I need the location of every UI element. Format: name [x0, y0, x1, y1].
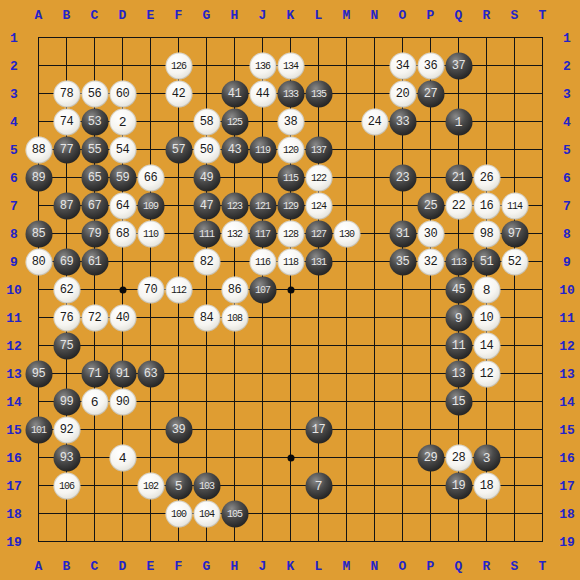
- stone-move-number: 87: [60, 199, 73, 213]
- stone-move-number: 123: [227, 200, 242, 211]
- col-label-bottom-E: E: [147, 560, 155, 573]
- stone-white-H8[interactable]: 132: [221, 220, 248, 247]
- row-label-left-12: 12: [6, 339, 22, 352]
- stone-move-number: 56: [88, 87, 101, 101]
- stone-white-B11[interactable]: 76: [53, 304, 80, 331]
- stone-white-S9[interactable]: 52: [501, 248, 528, 275]
- stone-move-number: 65: [88, 171, 101, 185]
- col-label-bottom-H: H: [231, 560, 239, 573]
- stone-move-number: 129: [283, 200, 298, 211]
- stone-white-D14[interactable]: 90: [109, 388, 136, 415]
- row-label-right-15: 15: [559, 423, 575, 436]
- stone-move-number: 36: [424, 59, 437, 73]
- stone-black-Q17[interactable]: 19: [445, 472, 472, 499]
- grid-line-horizontal-15: [38, 429, 543, 430]
- stone-move-number: 95: [32, 367, 45, 381]
- stone-move-number: 80: [32, 255, 45, 269]
- col-label-top-P: P: [427, 9, 435, 22]
- row-label-right-1: 1: [563, 31, 571, 44]
- stone-move-number: 5: [175, 478, 182, 493]
- stone-black-E13[interactable]: 63: [137, 360, 164, 387]
- stone-move-number: 72: [88, 311, 101, 325]
- row-label-left-8: 8: [10, 227, 18, 240]
- stone-white-D4[interactable]: 2: [109, 108, 136, 135]
- stone-move-number: 69: [60, 255, 73, 269]
- stone-white-H11[interactable]: 108: [221, 304, 248, 331]
- row-label-right-12: 12: [559, 339, 575, 352]
- col-label-bottom-M: M: [343, 560, 351, 573]
- stone-white-R13[interactable]: 12: [473, 360, 500, 387]
- stone-move-number: 18: [480, 479, 493, 493]
- stone-black-K3[interactable]: 133: [277, 80, 304, 107]
- stone-black-Q12[interactable]: 11: [445, 332, 472, 359]
- stone-move-number: 114: [507, 200, 522, 211]
- stone-black-B12[interactable]: 75: [53, 332, 80, 359]
- stone-move-number: 85: [32, 227, 45, 241]
- row-label-left-13: 13: [6, 367, 22, 380]
- row-label-right-13: 13: [559, 367, 575, 380]
- row-label-right-14: 14: [559, 395, 575, 408]
- stone-black-K6[interactable]: 115: [277, 164, 304, 191]
- stone-move-number: 59: [116, 171, 129, 185]
- stone-move-number: 22: [452, 199, 465, 213]
- stone-move-number: 25: [424, 199, 437, 213]
- stone-white-Q7[interactable]: 22: [445, 192, 472, 219]
- col-label-top-J: J: [259, 9, 267, 22]
- stone-move-number: 133: [283, 88, 298, 99]
- stone-black-A15[interactable]: 101: [25, 416, 52, 443]
- col-label-top-L: L: [315, 9, 323, 22]
- stone-white-J3[interactable]: 44: [249, 80, 276, 107]
- stone-white-O2[interactable]: 34: [389, 52, 416, 79]
- row-label-right-17: 17: [559, 479, 575, 492]
- stone-black-L17[interactable]: 7: [305, 472, 332, 499]
- stone-white-R6[interactable]: 26: [473, 164, 500, 191]
- stone-black-Q6[interactable]: 21: [445, 164, 472, 191]
- stone-move-number: 19: [452, 479, 465, 493]
- stone-black-C5[interactable]: 55: [81, 136, 108, 163]
- stone-move-number: 60: [116, 87, 129, 101]
- stone-move-number: 86: [228, 283, 241, 297]
- stone-white-R11[interactable]: 10: [473, 304, 500, 331]
- stone-white-D5[interactable]: 54: [109, 136, 136, 163]
- stone-black-A8[interactable]: 85: [25, 220, 52, 247]
- row-label-right-18: 18: [559, 507, 575, 520]
- stone-black-L9[interactable]: 131: [305, 248, 332, 275]
- stone-white-J9[interactable]: 116: [249, 248, 276, 275]
- stone-white-F10[interactable]: 112: [165, 276, 192, 303]
- stone-black-C7[interactable]: 67: [81, 192, 108, 219]
- col-label-bottom-A: A: [35, 560, 43, 573]
- row-label-left-7: 7: [10, 199, 18, 212]
- col-label-bottom-J: J: [259, 560, 267, 573]
- stone-move-number: 102: [143, 480, 158, 491]
- stone-white-L7[interactable]: 124: [305, 192, 332, 219]
- stone-move-number: 68: [116, 227, 129, 241]
- stone-move-number: 91: [116, 367, 129, 381]
- col-label-bottom-L: L: [315, 560, 323, 573]
- stone-black-H7[interactable]: 123: [221, 192, 248, 219]
- stone-move-number: 4: [119, 450, 126, 465]
- col-label-top-N: N: [371, 9, 379, 22]
- stone-white-K4[interactable]: 38: [277, 108, 304, 135]
- stone-move-number: 108: [227, 312, 242, 323]
- stone-black-J8[interactable]: 117: [249, 220, 276, 247]
- stone-white-P9[interactable]: 32: [417, 248, 444, 275]
- col-label-bottom-Q: Q: [455, 560, 463, 573]
- stone-move-number: 124: [311, 200, 326, 211]
- stone-black-A6[interactable]: 89: [25, 164, 52, 191]
- stone-white-C14[interactable]: 6: [81, 388, 108, 415]
- stone-black-L8[interactable]: 127: [305, 220, 332, 247]
- stone-white-D16[interactable]: 4: [109, 444, 136, 471]
- stone-move-number: 90: [116, 395, 129, 409]
- stone-black-G6[interactable]: 49: [193, 164, 220, 191]
- stone-white-B17[interactable]: 106: [53, 472, 80, 499]
- stone-white-R10[interactable]: 8: [473, 276, 500, 303]
- stone-black-F5[interactable]: 57: [165, 136, 192, 163]
- stone-black-P7[interactable]: 25: [417, 192, 444, 219]
- stone-move-number: 116: [255, 256, 270, 267]
- stone-black-L3[interactable]: 135: [305, 80, 332, 107]
- stone-white-Q16[interactable]: 28: [445, 444, 472, 471]
- stone-black-Q2[interactable]: 37: [445, 52, 472, 79]
- stone-move-number: 134: [283, 60, 298, 71]
- stone-move-number: 43: [228, 143, 241, 157]
- stone-black-G17[interactable]: 103: [193, 472, 220, 499]
- stone-white-M8[interactable]: 130: [333, 220, 360, 247]
- stone-white-K2[interactable]: 134: [277, 52, 304, 79]
- stone-white-S7[interactable]: 114: [501, 192, 528, 219]
- row-label-right-16: 16: [559, 451, 575, 464]
- stone-move-number: 40: [116, 311, 129, 325]
- stone-black-Q11[interactable]: 9: [445, 304, 472, 331]
- stone-move-number: 136: [255, 60, 270, 71]
- stone-white-P8[interactable]: 30: [417, 220, 444, 247]
- stone-white-D7[interactable]: 64: [109, 192, 136, 219]
- row-label-right-10: 10: [559, 283, 575, 296]
- stone-white-G4[interactable]: 58: [193, 108, 220, 135]
- stone-black-D6[interactable]: 59: [109, 164, 136, 191]
- stone-move-number: 44: [256, 87, 269, 101]
- col-label-top-Q: Q: [455, 9, 463, 22]
- stone-white-D3[interactable]: 60: [109, 80, 136, 107]
- stone-move-number: 119: [255, 144, 270, 155]
- stone-move-number: 137: [311, 144, 326, 155]
- stone-black-Q10[interactable]: 45: [445, 276, 472, 303]
- stone-white-O3[interactable]: 20: [389, 80, 416, 107]
- stone-black-H4[interactable]: 125: [221, 108, 248, 135]
- col-label-bottom-D: D: [119, 560, 127, 573]
- stone-move-number: 33: [396, 115, 409, 129]
- stone-move-number: 39: [172, 423, 185, 437]
- stone-move-number: 75: [60, 339, 73, 353]
- stone-move-number: 35: [396, 255, 409, 269]
- stone-white-B3[interactable]: 78: [53, 80, 80, 107]
- stone-white-R12[interactable]: 14: [473, 332, 500, 359]
- col-label-top-A: A: [35, 9, 43, 22]
- stone-move-number: 125: [227, 116, 242, 127]
- stone-move-number: 62: [60, 283, 73, 297]
- stone-move-number: 113: [451, 256, 466, 267]
- stone-move-number: 1: [455, 114, 462, 129]
- stone-move-number: 13: [452, 367, 465, 381]
- stone-black-J7[interactable]: 121: [249, 192, 276, 219]
- stone-move-number: 28: [452, 451, 465, 465]
- stone-move-number: 11: [452, 339, 465, 353]
- stone-black-Q9[interactable]: 113: [445, 248, 472, 275]
- col-label-bottom-G: G: [203, 560, 211, 573]
- stone-black-S8[interactable]: 97: [501, 220, 528, 247]
- stone-white-K5[interactable]: 120: [277, 136, 304, 163]
- star-point-K16: [287, 454, 294, 461]
- col-label-top-R: R: [483, 9, 491, 22]
- stone-move-number: 126: [171, 60, 186, 71]
- col-label-bottom-S: S: [511, 560, 519, 573]
- stone-black-J5[interactable]: 119: [249, 136, 276, 163]
- stone-black-E7[interactable]: 109: [137, 192, 164, 219]
- stone-move-number: 92: [60, 423, 73, 437]
- stone-move-number: 10: [480, 311, 493, 325]
- stone-black-L15[interactable]: 17: [305, 416, 332, 443]
- stone-black-J10[interactable]: 107: [249, 276, 276, 303]
- go-board-diagram: AABBCCDDEEFFGGHHJJKKLLMMNNOOPPQQRRSSTT11…: [0, 0, 580, 580]
- stone-move-number: 103: [199, 480, 214, 491]
- stone-move-number: 106: [59, 480, 74, 491]
- stone-move-number: 63: [144, 367, 157, 381]
- stone-move-number: 118: [283, 256, 298, 267]
- stone-move-number: 77: [60, 143, 73, 157]
- grid-line-vertical-T: [542, 37, 543, 542]
- stone-move-number: 101: [31, 424, 46, 435]
- stone-move-number: 26: [480, 171, 493, 185]
- row-label-left-16: 16: [6, 451, 22, 464]
- stone-black-B9[interactable]: 69: [53, 248, 80, 275]
- stone-move-number: 45: [452, 283, 465, 297]
- stone-white-B10[interactable]: 62: [53, 276, 80, 303]
- stone-move-number: 135: [311, 88, 326, 99]
- row-label-right-6: 6: [563, 171, 571, 184]
- row-label-right-11: 11: [559, 311, 575, 324]
- row-label-right-5: 5: [563, 143, 571, 156]
- stone-move-number: 110: [143, 228, 158, 239]
- stone-black-H18[interactable]: 105: [221, 500, 248, 527]
- stone-white-G11[interactable]: 84: [193, 304, 220, 331]
- row-label-left-1: 1: [10, 31, 18, 44]
- stone-move-number: 84: [200, 311, 213, 325]
- stone-black-B14[interactable]: 99: [53, 388, 80, 415]
- stone-move-number: 105: [227, 508, 242, 519]
- stone-move-number: 9: [455, 310, 462, 325]
- stone-white-E10[interactable]: 70: [137, 276, 164, 303]
- stone-black-C9[interactable]: 61: [81, 248, 108, 275]
- stone-move-number: 78: [60, 87, 73, 101]
- stone-black-K7[interactable]: 129: [277, 192, 304, 219]
- stone-white-G5[interactable]: 50: [193, 136, 220, 163]
- stone-move-number: 70: [144, 283, 157, 297]
- stone-black-L5[interactable]: 137: [305, 136, 332, 163]
- col-label-top-O: O: [399, 9, 407, 22]
- stone-move-number: 131: [311, 256, 326, 267]
- stone-white-R7[interactable]: 16: [473, 192, 500, 219]
- stone-white-K8[interactable]: 128: [277, 220, 304, 247]
- stone-white-C11[interactable]: 72: [81, 304, 108, 331]
- row-label-left-4: 4: [10, 115, 18, 128]
- stone-white-C3[interactable]: 56: [81, 80, 108, 107]
- stone-white-P2[interactable]: 36: [417, 52, 444, 79]
- stone-move-number: 12: [480, 367, 493, 381]
- stone-white-R17[interactable]: 18: [473, 472, 500, 499]
- stone-move-number: 76: [60, 311, 73, 325]
- stone-move-number: 104: [199, 508, 214, 519]
- row-label-left-6: 6: [10, 171, 18, 184]
- stone-move-number: 115: [283, 172, 298, 183]
- col-label-top-S: S: [511, 9, 519, 22]
- stone-move-number: 97: [508, 227, 521, 241]
- stone-move-number: 6: [91, 394, 98, 409]
- stone-black-Q13[interactable]: 13: [445, 360, 472, 387]
- stone-white-K9[interactable]: 118: [277, 248, 304, 275]
- stone-move-number: 58: [200, 115, 213, 129]
- stone-white-N4[interactable]: 24: [361, 108, 388, 135]
- stone-move-number: 31: [396, 227, 409, 241]
- stone-white-E6[interactable]: 66: [137, 164, 164, 191]
- stone-move-number: 112: [171, 284, 186, 295]
- row-label-left-19: 19: [6, 535, 22, 548]
- stone-move-number: 82: [200, 255, 213, 269]
- grid-line-vertical-S: [514, 37, 515, 542]
- stone-black-F15[interactable]: 39: [165, 416, 192, 443]
- stone-move-number: 57: [172, 143, 185, 157]
- stone-white-B15[interactable]: 92: [53, 416, 80, 443]
- col-label-bottom-O: O: [399, 560, 407, 573]
- stone-black-C6[interactable]: 65: [81, 164, 108, 191]
- stone-white-D8[interactable]: 68: [109, 220, 136, 247]
- stone-move-number: 74: [60, 115, 73, 129]
- stone-black-B7[interactable]: 87: [53, 192, 80, 219]
- stone-move-number: 50: [200, 143, 213, 157]
- stone-black-O9[interactable]: 35: [389, 248, 416, 275]
- stone-move-number: 88: [32, 143, 45, 157]
- row-label-right-19: 19: [559, 535, 575, 548]
- stone-move-number: 61: [88, 255, 101, 269]
- row-label-left-9: 9: [10, 255, 18, 268]
- stone-move-number: 24: [368, 115, 381, 129]
- stone-black-C13[interactable]: 71: [81, 360, 108, 387]
- stone-move-number: 66: [144, 171, 157, 185]
- stone-white-B4[interactable]: 74: [53, 108, 80, 135]
- stone-move-number: 54: [116, 143, 129, 157]
- row-label-left-2: 2: [10, 59, 18, 72]
- stone-move-number: 79: [88, 227, 101, 241]
- row-label-left-3: 3: [10, 87, 18, 100]
- stone-move-number: 37: [452, 59, 465, 73]
- col-label-bottom-F: F: [175, 560, 183, 573]
- col-label-top-K: K: [287, 9, 295, 22]
- col-label-top-F: F: [175, 9, 183, 22]
- row-label-left-18: 18: [6, 507, 22, 520]
- row-label-right-3: 3: [563, 87, 571, 100]
- stone-white-D11[interactable]: 40: [109, 304, 136, 331]
- stone-move-number: 132: [227, 228, 242, 239]
- stone-move-number: 34: [396, 59, 409, 73]
- stone-black-Q14[interactable]: 15: [445, 388, 472, 415]
- stone-white-F18[interactable]: 100: [165, 500, 192, 527]
- stone-move-number: 100: [171, 508, 186, 519]
- stone-white-E8[interactable]: 110: [137, 220, 164, 247]
- stone-white-F2[interactable]: 126: [165, 52, 192, 79]
- grid-line-vertical-L: [318, 37, 319, 542]
- stone-move-number: 16: [480, 199, 493, 213]
- col-label-top-M: M: [343, 9, 351, 22]
- stone-black-R9[interactable]: 51: [473, 248, 500, 275]
- col-label-bottom-N: N: [371, 560, 379, 573]
- stone-black-F17[interactable]: 5: [165, 472, 192, 499]
- stone-black-G8[interactable]: 111: [193, 220, 220, 247]
- stone-move-number: 47: [200, 199, 213, 213]
- row-label-right-9: 9: [563, 255, 571, 268]
- col-label-bottom-R: R: [483, 560, 491, 573]
- stone-white-R8[interactable]: 98: [473, 220, 500, 247]
- stone-black-R16[interactable]: 3: [473, 444, 500, 471]
- stone-move-number: 42: [172, 87, 185, 101]
- stone-white-E17[interactable]: 102: [137, 472, 164, 499]
- stone-black-B5[interactable]: 77: [53, 136, 80, 163]
- stone-move-number: 32: [424, 255, 437, 269]
- stone-white-A5[interactable]: 88: [25, 136, 52, 163]
- stone-black-D13[interactable]: 91: [109, 360, 136, 387]
- stone-move-number: 107: [255, 284, 270, 295]
- stone-black-O6[interactable]: 23: [389, 164, 416, 191]
- grid-line-horizontal-19: [38, 541, 543, 542]
- col-label-bottom-T: T: [539, 560, 547, 573]
- row-label-left-14: 14: [6, 395, 22, 408]
- stone-black-C4[interactable]: 53: [81, 108, 108, 135]
- stone-black-C8[interactable]: 79: [81, 220, 108, 247]
- stone-black-H5[interactable]: 43: [221, 136, 248, 163]
- stone-black-O8[interactable]: 31: [389, 220, 416, 247]
- stone-black-H3[interactable]: 41: [221, 80, 248, 107]
- stone-black-Q4[interactable]: 1: [445, 108, 472, 135]
- stone-white-L6[interactable]: 122: [305, 164, 332, 191]
- stone-move-number: 71: [88, 367, 101, 381]
- stone-white-G9[interactable]: 82: [193, 248, 220, 275]
- stone-move-number: 120: [283, 144, 298, 155]
- stone-move-number: 38: [284, 115, 297, 129]
- stone-white-H10[interactable]: 86: [221, 276, 248, 303]
- stone-move-number: 41: [228, 87, 241, 101]
- stone-move-number: 7: [315, 478, 322, 493]
- stone-move-number: 15: [452, 395, 465, 409]
- stone-black-P16[interactable]: 29: [417, 444, 444, 471]
- stone-move-number: 21: [452, 171, 465, 185]
- stone-white-J2[interactable]: 136: [249, 52, 276, 79]
- stone-white-G18[interactable]: 104: [193, 500, 220, 527]
- stone-black-A13[interactable]: 95: [25, 360, 52, 387]
- stone-black-G7[interactable]: 47: [193, 192, 220, 219]
- stone-white-F3[interactable]: 42: [165, 80, 192, 107]
- stone-black-P3[interactable]: 27: [417, 80, 444, 107]
- stone-black-O4[interactable]: 33: [389, 108, 416, 135]
- col-label-top-B: B: [63, 9, 71, 22]
- stone-white-A9[interactable]: 80: [25, 248, 52, 275]
- col-label-bottom-K: K: [287, 560, 295, 573]
- col-label-bottom-P: P: [427, 560, 435, 573]
- stone-black-B16[interactable]: 93: [53, 444, 80, 471]
- stone-move-number: 89: [32, 171, 45, 185]
- row-label-right-4: 4: [563, 115, 571, 128]
- row-label-right-7: 7: [563, 199, 571, 212]
